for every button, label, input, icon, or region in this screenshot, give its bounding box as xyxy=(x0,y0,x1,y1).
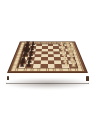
product-photo: ♜♟♟♜♞♟♟♞♝♟♟♝♚♟♟♚♛♟♟♛♝♟♟♝♞♟♟♞♜♟♟♜ xyxy=(7,0,88,73)
board-squares: ♜♟♟♜♞♟♟♞♝♟♟♝♚♟♟♚♛♟♟♛♝♟♟♝♞♟♟♞♜♟♟♜ xyxy=(18,44,77,68)
black-rook-icon: ♜ xyxy=(18,61,25,68)
hinge-end-icon xyxy=(7,76,9,80)
board-front-edge xyxy=(6,73,89,84)
square xyxy=(40,60,47,64)
square: ♞ xyxy=(68,60,76,64)
clasp-latch-icon xyxy=(86,76,89,81)
chess-board: ♜♟♟♜♞♟♟♞♝♟♟♝♚♟♟♚♛♟♟♛♝♟♟♝♞♟♟♞♜♟♟♜ xyxy=(7,41,88,73)
